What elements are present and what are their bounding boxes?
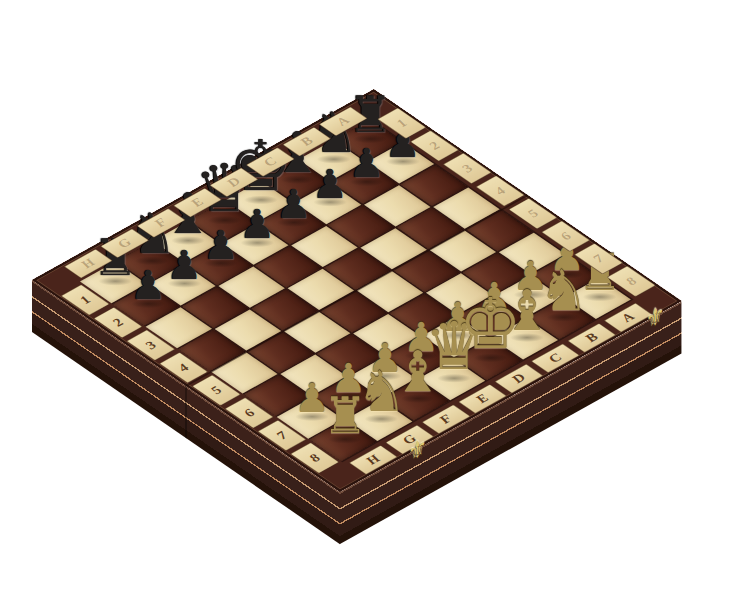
chess-board: ♜♞♝♛♚♝♞♜♟♟♟♟♟♟♟♟♟♟♟♟♟♟♟♟♜♞♝♛♚♝♞♜ 1HH12GG… [32,89,682,492]
hinge-seam-side [185,385,187,438]
product-photo: ♜♞♝♛♚♝♞♜♟♟♟♟♟♟♟♟♟♟♟♟♟♟♟♟♜♞♝♛♚♝♞♜ 1HH12GG… [0,0,738,600]
